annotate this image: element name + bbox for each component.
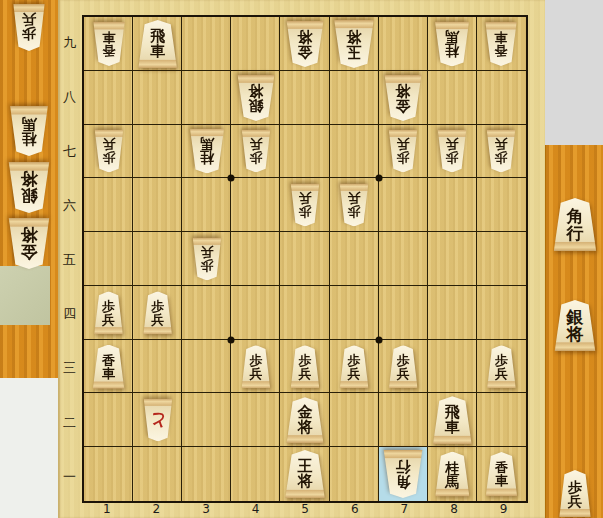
piece-face: 歩兵 bbox=[142, 291, 173, 334]
board-square[interactable] bbox=[477, 286, 526, 340]
piece-gote-pawn[interactable]: 歩兵 bbox=[388, 130, 419, 173]
board-square[interactable] bbox=[428, 286, 477, 340]
piece-face: 香車 bbox=[484, 22, 518, 66]
piece-face: 香車 bbox=[92, 22, 126, 66]
sente-hand-tray: 角行銀将2歩兵 bbox=[545, 145, 603, 518]
board-square[interactable] bbox=[133, 125, 182, 179]
piece-sente-rook[interactable]: 飛車 bbox=[137, 20, 179, 68]
piece-sente-pawn[interactable]: 歩兵 bbox=[558, 470, 592, 517]
piece-gote-pawn[interactable]: 歩兵 bbox=[290, 184, 321, 227]
board-square[interactable] bbox=[379, 178, 428, 232]
piece-face: と bbox=[142, 399, 173, 442]
background-panel-bottom-left bbox=[0, 378, 58, 518]
piece-face: 桂馬 bbox=[9, 106, 50, 156]
piece-sente-gold[interactable]: 金将 bbox=[285, 397, 325, 443]
piece-face: 金将 bbox=[7, 218, 51, 269]
piece-face: 銀将 bbox=[553, 300, 597, 351]
piece-gote-king[interactable]: 玉将 bbox=[333, 20, 376, 68]
board-square[interactable] bbox=[231, 286, 280, 340]
board-square[interactable] bbox=[84, 447, 133, 501]
file-label: 7 bbox=[398, 502, 410, 516]
piece-gote-silver[interactable]: 銀将 bbox=[7, 162, 51, 213]
star-point bbox=[375, 336, 382, 343]
board-square[interactable] bbox=[379, 286, 428, 340]
board-square[interactable] bbox=[182, 17, 231, 71]
piece-face: 歩兵 bbox=[437, 130, 468, 173]
piece-sente-pawn[interactable]: 歩兵 bbox=[486, 345, 517, 388]
gote-hand-tray: 歩兵桂馬銀将金将 bbox=[0, 0, 59, 378]
piece-face: 金将 bbox=[285, 397, 325, 443]
file-label: 8 bbox=[448, 502, 460, 516]
piece-face: 歩兵 bbox=[290, 184, 321, 227]
piece-face: 歩兵 bbox=[93, 291, 124, 334]
piece-sente-pawn[interactable]: 歩兵 bbox=[240, 345, 271, 388]
piece-sente-pawn[interactable]: 歩兵 bbox=[93, 291, 124, 334]
piece-gote-lance[interactable]: 香車 bbox=[484, 22, 518, 66]
piece-sente-king[interactable]: 王将 bbox=[284, 450, 327, 498]
board-square[interactable] bbox=[379, 232, 428, 286]
rank-label: 三 bbox=[58, 359, 81, 377]
file-label: 4 bbox=[250, 502, 262, 516]
star-point bbox=[228, 336, 235, 343]
board-square[interactable] bbox=[84, 232, 133, 286]
piece-face: 歩兵 bbox=[93, 130, 124, 173]
piece-sente-pawn[interactable]: 歩兵 bbox=[142, 291, 173, 334]
piece-gote-pawn[interactable]: 歩兵 bbox=[191, 238, 222, 281]
board-square[interactable] bbox=[84, 393, 133, 447]
piece-face: 歩兵 bbox=[290, 345, 321, 388]
file-label: 5 bbox=[299, 502, 311, 516]
rank-label: 七 bbox=[58, 143, 81, 161]
piece-gote-pawn[interactable]: 歩兵 bbox=[93, 130, 124, 173]
piece-face: 歩兵 bbox=[339, 345, 370, 388]
piece-face: 歩兵 bbox=[486, 130, 517, 173]
piece-gote-bishop[interactable]: 角行 bbox=[382, 450, 424, 498]
piece-sente-pawn[interactable]: 歩兵 bbox=[388, 345, 419, 388]
board-square[interactable] bbox=[477, 393, 526, 447]
piece-face: 歩兵 bbox=[240, 130, 271, 173]
board-square[interactable] bbox=[379, 393, 428, 447]
piece-gote-pawn[interactable]: 歩兵 bbox=[437, 130, 468, 173]
board-grid: 香車飛車金将玉将桂馬香車銀将金将歩兵桂馬歩兵歩兵歩兵歩兵歩兵歩兵歩兵歩兵歩兵香車… bbox=[82, 15, 528, 503]
background-panel-top-right bbox=[545, 0, 603, 145]
piece-face: 王将 bbox=[284, 450, 327, 498]
piece-gote-silver[interactable]: 銀将 bbox=[236, 75, 276, 121]
board-square[interactable] bbox=[133, 178, 182, 232]
board-square[interactable] bbox=[84, 178, 133, 232]
board-square[interactable] bbox=[133, 232, 182, 286]
board-square[interactable] bbox=[428, 178, 477, 232]
piece-sente-lance[interactable]: 香車 bbox=[484, 452, 518, 496]
piece-sente-lance[interactable]: 香車 bbox=[92, 345, 126, 389]
board-square[interactable] bbox=[477, 178, 526, 232]
piece-face: 桂馬 bbox=[188, 129, 225, 174]
piece-face: 桂馬 bbox=[434, 452, 471, 497]
piece-sente-pawn[interactable]: 歩兵 bbox=[339, 345, 370, 388]
board-square[interactable] bbox=[182, 71, 231, 125]
piece-face: 銀将 bbox=[236, 75, 276, 121]
board-square[interactable] bbox=[428, 232, 477, 286]
piece-face: 銀将 bbox=[7, 162, 51, 213]
piece-face: 歩兵 bbox=[388, 345, 419, 388]
piece-face: 金将 bbox=[383, 75, 423, 121]
board-square[interactable] bbox=[231, 393, 280, 447]
board-square[interactable] bbox=[133, 340, 182, 394]
shogi-app: 歩兵桂馬銀将金将 香車飛車金将玉将桂馬香車銀将金将歩兵桂馬歩兵歩兵歩兵歩兵歩兵歩… bbox=[0, 0, 603, 518]
board-square[interactable] bbox=[231, 232, 280, 286]
piece-face: 玉将 bbox=[333, 20, 376, 68]
rank-label: 二 bbox=[58, 414, 81, 432]
piece-gote-tokin[interactable]: と bbox=[142, 399, 173, 442]
board-square[interactable] bbox=[231, 447, 280, 501]
piece-face: 飛車 bbox=[431, 396, 473, 444]
board-square[interactable] bbox=[182, 393, 231, 447]
board-square[interactable] bbox=[330, 286, 379, 340]
piece-gote-lance[interactable]: 香車 bbox=[92, 22, 126, 66]
board-square[interactable] bbox=[280, 125, 329, 179]
piece-gote-pawn[interactable]: 歩兵 bbox=[240, 130, 271, 173]
piece-face: 歩兵 bbox=[388, 130, 419, 173]
board-square[interactable] bbox=[133, 71, 182, 125]
file-label: 1 bbox=[101, 502, 113, 516]
board-square[interactable] bbox=[330, 125, 379, 179]
piece-face: 歩兵 bbox=[191, 238, 222, 281]
shogi-board: 香車飛車金将玉将桂馬香車銀将金将歩兵桂馬歩兵歩兵歩兵歩兵歩兵歩兵歩兵歩兵歩兵香車… bbox=[58, 0, 545, 518]
star-point bbox=[228, 175, 235, 182]
piece-gote-knight[interactable]: 桂馬 bbox=[9, 106, 50, 156]
rank-label: 九 bbox=[58, 34, 81, 52]
board-square[interactable] bbox=[182, 340, 231, 394]
piece-gote-gold[interactable]: 金将 bbox=[7, 218, 51, 269]
file-label: 3 bbox=[200, 502, 212, 516]
board-square[interactable] bbox=[231, 178, 280, 232]
board-square[interactable] bbox=[330, 447, 379, 501]
board-square[interactable] bbox=[182, 447, 231, 501]
piece-sente-rook[interactable]: 飛車 bbox=[431, 396, 473, 444]
piece-gote-gold[interactable]: 金将 bbox=[285, 21, 325, 67]
file-label: 2 bbox=[150, 502, 162, 516]
rank-label: 一 bbox=[58, 468, 81, 486]
rank-label: 五 bbox=[58, 251, 81, 269]
board-square[interactable] bbox=[428, 71, 477, 125]
piece-face: 歩兵 bbox=[486, 345, 517, 388]
piece-face: 桂馬 bbox=[434, 21, 471, 66]
board-square[interactable] bbox=[330, 393, 379, 447]
piece-face: 歩兵 bbox=[240, 345, 271, 388]
empty-slot-tile bbox=[0, 266, 50, 325]
piece-face: 角行 bbox=[552, 198, 598, 251]
board-square[interactable] bbox=[428, 340, 477, 394]
board-square[interactable] bbox=[182, 178, 231, 232]
board-square[interactable] bbox=[280, 71, 329, 125]
board-square[interactable] bbox=[133, 447, 182, 501]
piece-face: 歩兵 bbox=[339, 184, 370, 227]
piece-gote-gold[interactable]: 金将 bbox=[383, 75, 423, 121]
piece-gote-knight[interactable]: 桂馬 bbox=[188, 129, 225, 174]
file-label: 6 bbox=[349, 502, 361, 516]
rank-label: 四 bbox=[58, 305, 81, 323]
star-point bbox=[375, 175, 382, 182]
file-label: 9 bbox=[498, 502, 510, 516]
piece-face: 角行 bbox=[382, 450, 424, 498]
piece-face: 香車 bbox=[92, 345, 126, 389]
piece-gote-pawn[interactable]: 歩兵 bbox=[12, 4, 46, 51]
piece-gote-knight[interactable]: 桂馬 bbox=[434, 21, 471, 66]
piece-gote-pawn[interactable]: 歩兵 bbox=[486, 130, 517, 173]
board-square[interactable] bbox=[477, 71, 526, 125]
board-square[interactable] bbox=[330, 71, 379, 125]
piece-face: 金将 bbox=[285, 21, 325, 67]
piece-face: 歩兵 bbox=[12, 4, 46, 51]
piece-face: 飛車 bbox=[137, 20, 179, 68]
rank-label: 八 bbox=[58, 88, 81, 106]
board-square[interactable] bbox=[477, 232, 526, 286]
board-square[interactable] bbox=[379, 17, 428, 71]
board-square[interactable] bbox=[330, 232, 379, 286]
piece-face: 香車 bbox=[484, 452, 518, 496]
rank-label: 六 bbox=[58, 197, 81, 215]
board-square[interactable] bbox=[182, 286, 231, 340]
board-square[interactable] bbox=[280, 232, 329, 286]
piece-sente-silver[interactable]: 銀将2 bbox=[553, 300, 597, 351]
piece-face: 歩兵 bbox=[558, 470, 592, 517]
board-square[interactable] bbox=[84, 71, 133, 125]
piece-sente-pawn[interactable]: 歩兵 bbox=[290, 345, 321, 388]
piece-sente-bishop[interactable]: 角行 bbox=[552, 198, 598, 251]
board-square[interactable] bbox=[280, 286, 329, 340]
piece-sente-knight[interactable]: 桂馬 bbox=[434, 452, 471, 497]
piece-gote-pawn[interactable]: 歩兵 bbox=[339, 184, 370, 227]
board-square[interactable] bbox=[231, 17, 280, 71]
